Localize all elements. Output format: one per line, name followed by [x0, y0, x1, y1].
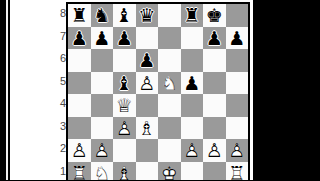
square-f2: ♟♙: [181, 139, 204, 162]
square-a4: [68, 94, 91, 117]
square-h1: ♜♖: [226, 162, 249, 181]
square-h5: [226, 72, 249, 95]
piece-black-pawn: ♟: [203, 27, 226, 50]
square-c8: ♝: [113, 4, 136, 27]
square-b2: ♟♙: [91, 139, 114, 162]
square-g5: [203, 72, 226, 95]
piece-black-bishop: ♝: [113, 72, 136, 95]
square-g8: ♚: [203, 4, 226, 27]
square-f7: [181, 27, 204, 50]
piece-white-rook: ♜♖: [68, 162, 91, 181]
piece-white-pawn: ♟♙: [136, 72, 159, 95]
piece-white-king: ♚♔: [158, 162, 181, 181]
piece-white-pawn: ♟♙: [226, 139, 249, 162]
square-c6: [113, 49, 136, 72]
piece-outline: ♗: [136, 117, 159, 140]
piece-black-queen: ♛: [136, 4, 159, 27]
square-h7: ♟: [226, 27, 249, 50]
piece-outline: ♗: [113, 162, 136, 181]
square-d7: [136, 27, 159, 50]
square-c1: ♝♗: [113, 162, 136, 181]
piece-outline: ♙: [136, 72, 159, 95]
square-e5: ♞♘: [158, 72, 181, 95]
piece-outline: ♙: [203, 139, 226, 162]
piece-white-pawn: ♟♙: [181, 139, 204, 162]
rank-labels: 87654321: [50, 2, 66, 180]
square-e6: [158, 49, 181, 72]
square-g3: [203, 117, 226, 140]
rank-label: 8: [50, 2, 66, 25]
square-b4: [91, 94, 114, 117]
square-d6: ♟: [136, 49, 159, 72]
piece-white-pawn: ♟♙: [68, 139, 91, 162]
square-e4: [158, 94, 181, 117]
square-f3: [181, 117, 204, 140]
piece-white-queen: ♛♕: [113, 94, 136, 117]
piece-white-pawn: ♟♙: [91, 139, 114, 162]
piece-white-bishop: ♝♗: [136, 117, 159, 140]
square-g7: ♟: [203, 27, 226, 50]
rank-label: 2: [50, 137, 66, 160]
piece-black-pawn: ♟: [91, 27, 114, 50]
rank-label: 5: [50, 70, 66, 93]
piece-white-knight: ♞♘: [158, 72, 181, 95]
square-e8: [158, 4, 181, 27]
square-h4: [226, 94, 249, 117]
piece-black-pawn: ♟: [136, 49, 159, 72]
square-h2: ♟♙: [226, 139, 249, 162]
piece-white-pawn: ♟♙: [203, 139, 226, 162]
square-b3: [91, 117, 114, 140]
square-d3: ♝♗: [136, 117, 159, 140]
square-c2: [113, 139, 136, 162]
square-c3: ♟♙: [113, 117, 136, 140]
square-b5: [91, 72, 114, 95]
square-c5: ♝: [113, 72, 136, 95]
square-g6: [203, 49, 226, 72]
square-b1: ♞♘: [91, 162, 114, 181]
square-a2: ♟♙: [68, 139, 91, 162]
rank-label: 1: [50, 160, 66, 181]
square-d4: [136, 94, 159, 117]
piece-outline: ♙: [113, 117, 136, 140]
piece-black-pawn: ♟: [68, 27, 91, 50]
square-d1: [136, 162, 159, 181]
square-b6: [91, 49, 114, 72]
piece-outline: ♔: [158, 162, 181, 181]
square-a8: ♜: [68, 4, 91, 27]
square-e7: [158, 27, 181, 50]
rank-label: 6: [50, 47, 66, 70]
piece-outline: ♘: [91, 162, 114, 181]
piece-black-pawn: ♟: [113, 27, 136, 50]
piece-outline: ♙: [181, 139, 204, 162]
square-h6: [226, 49, 249, 72]
piece-black-rook: ♜: [181, 4, 204, 27]
square-h3: [226, 117, 249, 140]
piece-outline: ♙: [91, 139, 114, 162]
piece-outline: ♖: [68, 162, 91, 181]
square-g2: ♟♙: [203, 139, 226, 162]
square-e1: ♚♔: [158, 162, 181, 181]
square-a7: ♟: [68, 27, 91, 50]
left-frame-line: [6, 0, 8, 180]
piece-outline: ♙: [226, 139, 249, 162]
piece-outline: ♘: [158, 72, 181, 95]
square-a1: ♜♖: [68, 162, 91, 181]
piece-black-pawn: ♟: [226, 27, 249, 50]
piece-white-bishop: ♝♗: [113, 162, 136, 181]
video-frame: 87654321 ♜♞♝♛♜♚♟♟♟♟♟♟♝♟♙♞♘♟♛♕♟♙♝♗♟♙♟♙♟♙♟…: [0, 0, 320, 180]
chess-board: ♜♞♝♛♜♚♟♟♟♟♟♟♝♟♙♞♘♟♛♕♟♙♝♗♟♙♟♙♟♙♟♙♟♙♜♖♞♘♝♗…: [66, 2, 250, 180]
piece-outline: ♙: [68, 139, 91, 162]
square-f1: [181, 162, 204, 181]
square-e2: [158, 139, 181, 162]
square-e3: [158, 117, 181, 140]
square-b8: ♞: [91, 4, 114, 27]
square-f6: [181, 49, 204, 72]
square-g1: [203, 162, 226, 181]
square-h8: [226, 4, 249, 27]
piece-outline: ♕: [113, 94, 136, 117]
rank-label: 7: [50, 25, 66, 48]
square-f4: [181, 94, 204, 117]
square-f5: ♟: [181, 72, 204, 95]
square-d5: ♟♙: [136, 72, 159, 95]
piece-black-pawn: ♟: [181, 72, 204, 95]
piece-white-rook: ♜♖: [226, 162, 249, 181]
square-c4: ♛♕: [113, 94, 136, 117]
square-f8: ♜: [181, 4, 204, 27]
piece-outline: ♖: [226, 162, 249, 181]
rank-label: 4: [50, 92, 66, 115]
piece-white-knight: ♞♘: [91, 162, 114, 181]
square-d2: [136, 139, 159, 162]
square-a3: [68, 117, 91, 140]
square-a6: [68, 49, 91, 72]
piece-black-rook: ♜: [68, 4, 91, 27]
piece-black-king: ♚: [203, 4, 226, 27]
square-d8: ♛: [136, 4, 159, 27]
square-g4: [203, 94, 226, 117]
diagram-area: 87654321 ♜♞♝♛♜♚♟♟♟♟♟♟♝♟♙♞♘♟♛♕♟♙♝♗♟♙♟♙♟♙♟…: [10, 0, 253, 180]
square-c7: ♟: [113, 27, 136, 50]
rank-label: 3: [50, 115, 66, 138]
square-a5: [68, 72, 91, 95]
piece-white-pawn: ♟♙: [113, 117, 136, 140]
piece-black-bishop: ♝: [113, 4, 136, 27]
square-b7: ♟: [91, 27, 114, 50]
piece-black-knight: ♞: [91, 4, 114, 27]
